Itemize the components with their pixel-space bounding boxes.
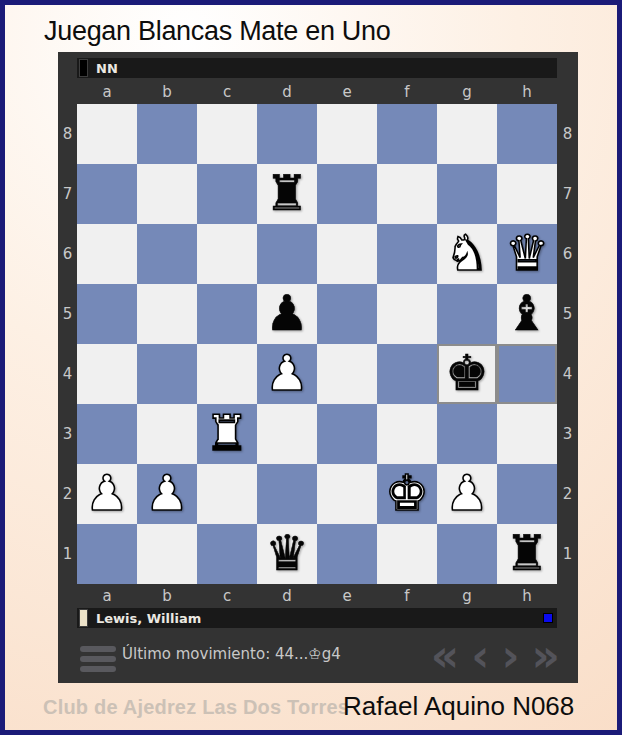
square-d1[interactable]: ♛: [257, 524, 317, 584]
square-e2[interactable]: [317, 464, 377, 524]
square-h8[interactable]: [497, 104, 557, 164]
square-f1[interactable]: [377, 524, 437, 584]
square-h7[interactable]: [497, 164, 557, 224]
white-knight-g6[interactable]: ♞: [445, 224, 489, 284]
square-g8[interactable]: [437, 104, 497, 164]
file-labels-bottom: abcdefgh: [77, 584, 557, 608]
square-b8[interactable]: [137, 104, 197, 164]
turn-marker: [543, 613, 553, 623]
menu-line: [80, 666, 116, 672]
black-pawn-d5[interactable]: ♟: [265, 284, 309, 344]
file-label-d: d: [257, 83, 317, 101]
white-side-indicator: [80, 610, 87, 626]
rank-label-2: 2: [557, 485, 578, 503]
square-b3[interactable]: [137, 404, 197, 464]
square-b5[interactable]: [137, 284, 197, 344]
square-g5[interactable]: [437, 284, 497, 344]
square-g6[interactable]: ♞: [437, 224, 497, 284]
white-pawn-d4[interactable]: ♟: [265, 344, 309, 404]
rank-label-8: 8: [58, 125, 77, 143]
square-f3[interactable]: [377, 404, 437, 464]
rank-label-4: 4: [557, 365, 578, 383]
square-h4[interactable]: [497, 344, 557, 404]
square-g3[interactable]: [437, 404, 497, 464]
square-a4[interactable]: [77, 344, 137, 404]
square-b6[interactable]: [137, 224, 197, 284]
menu-line: [80, 656, 116, 662]
square-a7[interactable]: [77, 164, 137, 224]
file-label-a: a: [77, 587, 137, 605]
status-bar: Último movimiento: 44...♔g4 «‹›»: [58, 632, 578, 683]
footer-author: Rafael Aquino N068: [343, 691, 574, 722]
square-c5[interactable]: [197, 284, 257, 344]
nav-first-button[interactable]: «: [431, 626, 459, 686]
file-label-g: g: [437, 83, 497, 101]
square-d7[interactable]: ♜: [257, 164, 317, 224]
file-label-b: b: [137, 587, 197, 605]
square-a8[interactable]: [77, 104, 137, 164]
rank-label-3: 3: [58, 425, 77, 443]
black-side-indicator: [80, 60, 87, 76]
square-c2[interactable]: [197, 464, 257, 524]
nav-next-button[interactable]: ›: [501, 626, 519, 686]
file-label-f: f: [377, 83, 437, 101]
top-player-name: NN: [96, 61, 118, 76]
square-a2[interactable]: ♟: [77, 464, 137, 524]
file-labels-top: abcdefgh: [77, 80, 557, 104]
square-e6[interactable]: [317, 224, 377, 284]
square-d5[interactable]: ♟: [257, 284, 317, 344]
square-f6[interactable]: [377, 224, 437, 284]
square-e7[interactable]: [317, 164, 377, 224]
square-g7[interactable]: [437, 164, 497, 224]
board: ♜♞♛♟♝♟♚♜♟♟♚♟♛♜: [77, 104, 557, 584]
bottom-player-bar: Lewis, William: [77, 608, 557, 628]
square-h3[interactable]: [497, 404, 557, 464]
square-e8[interactable]: [317, 104, 377, 164]
footer-club-name: Club de Ajedrez Las Dos Torres: [43, 696, 349, 719]
file-label-d: d: [257, 587, 317, 605]
last-move-text: Último movimiento: 44...♔g4: [122, 645, 341, 663]
page-title: Juegan Blancas Mate en Uno: [44, 16, 390, 47]
white-rook-c3[interactable]: ♜: [205, 404, 249, 464]
file-label-c: c: [197, 83, 257, 101]
square-h5[interactable]: ♝: [497, 284, 557, 344]
square-d2[interactable]: [257, 464, 317, 524]
square-e5[interactable]: [317, 284, 377, 344]
rank-labels-right: 87654321: [557, 104, 578, 584]
rank-label-5: 5: [58, 305, 77, 323]
file-label-e: e: [317, 587, 377, 605]
nav-arrows: «‹›»: [431, 626, 560, 686]
black-king-g4[interactable]: ♚: [445, 344, 489, 404]
square-g1[interactable]: [437, 524, 497, 584]
square-b4[interactable]: [137, 344, 197, 404]
menu-line: [80, 646, 116, 652]
square-b7[interactable]: [137, 164, 197, 224]
square-f2[interactable]: ♚: [377, 464, 437, 524]
rank-label-5: 5: [557, 305, 578, 323]
chess-panel: NN abcdefgh 87654321 87654321 ♜♞♛♟♝♟♚♜♟♟…: [58, 52, 578, 683]
square-c6[interactable]: [197, 224, 257, 284]
rank-label-2: 2: [58, 485, 77, 503]
white-pawn-b2[interactable]: ♟: [145, 464, 189, 524]
rank-label-1: 1: [557, 545, 578, 563]
rank-label-1: 1: [58, 545, 77, 563]
file-label-h: h: [497, 83, 557, 101]
square-b1[interactable]: [137, 524, 197, 584]
file-label-h: h: [497, 587, 557, 605]
rank-label-8: 8: [557, 125, 578, 143]
black-rook-h1[interactable]: ♜: [505, 524, 549, 584]
menu-icon[interactable]: [80, 646, 116, 672]
square-e4[interactable]: [317, 344, 377, 404]
square-h1[interactable]: ♜: [497, 524, 557, 584]
square-c1[interactable]: [197, 524, 257, 584]
square-d4[interactable]: ♟: [257, 344, 317, 404]
top-player-bar: NN: [77, 58, 557, 78]
square-c7[interactable]: [197, 164, 257, 224]
square-g4[interactable]: ♚: [437, 344, 497, 404]
square-e3[interactable]: [317, 404, 377, 464]
square-a6[interactable]: [77, 224, 137, 284]
rank-label-7: 7: [58, 185, 77, 203]
square-c8[interactable]: [197, 104, 257, 164]
page: Juegan Blancas Mate en Uno NN abcdefgh 8…: [0, 0, 622, 735]
file-label-a: a: [77, 83, 137, 101]
square-g2[interactable]: ♟: [437, 464, 497, 524]
file-label-f: f: [377, 587, 437, 605]
nav-prev-button[interactable]: ‹: [471, 626, 489, 686]
nav-last-button[interactable]: »: [532, 626, 560, 686]
square-e1[interactable]: [317, 524, 377, 584]
white-pawn-g2[interactable]: ♟: [445, 464, 489, 524]
square-h6[interactable]: ♛: [497, 224, 557, 284]
square-f7[interactable]: [377, 164, 437, 224]
file-label-b: b: [137, 83, 197, 101]
square-h2[interactable]: [497, 464, 557, 524]
square-d6[interactable]: [257, 224, 317, 284]
file-label-g: g: [437, 587, 497, 605]
rank-label-4: 4: [58, 365, 77, 383]
rank-label-6: 6: [58, 245, 77, 263]
white-queen-h6[interactable]: ♛: [505, 224, 549, 284]
square-c3[interactable]: ♜: [197, 404, 257, 464]
white-pawn-a2[interactable]: ♟: [85, 464, 129, 524]
rank-label-7: 7: [557, 185, 578, 203]
bottom-player-name: Lewis, William: [96, 611, 201, 626]
file-label-c: c: [197, 587, 257, 605]
rank-label-6: 6: [557, 245, 578, 263]
square-b2[interactable]: ♟: [137, 464, 197, 524]
square-a1[interactable]: [77, 524, 137, 584]
white-king-f2[interactable]: ♚: [385, 464, 429, 524]
square-c4[interactable]: [197, 344, 257, 404]
square-d8[interactable]: [257, 104, 317, 164]
square-a5[interactable]: [77, 284, 137, 344]
rank-labels-left: 87654321: [58, 104, 77, 584]
black-queen-d1[interactable]: ♛: [265, 524, 309, 584]
square-a3[interactable]: [77, 404, 137, 464]
square-f5[interactable]: [377, 284, 437, 344]
square-f4[interactable]: [377, 344, 437, 404]
file-label-e: e: [317, 83, 377, 101]
black-bishop-h5[interactable]: ♝: [505, 284, 549, 344]
square-f8[interactable]: [377, 104, 437, 164]
black-rook-d7[interactable]: ♜: [265, 164, 309, 224]
rank-label-3: 3: [557, 425, 578, 443]
square-d3[interactable]: [257, 404, 317, 464]
